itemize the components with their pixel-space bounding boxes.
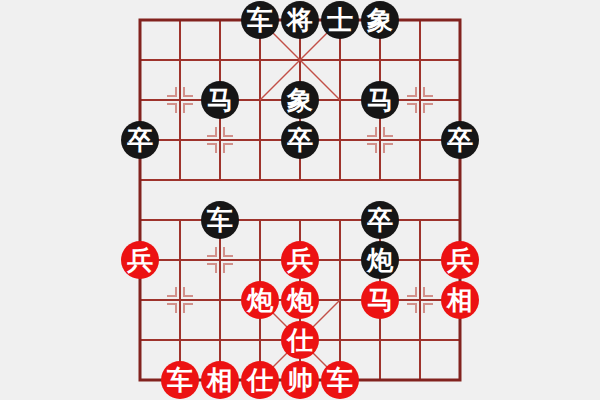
piece-black-马[interactable]: 马 (361, 81, 399, 119)
piece-black-象[interactable]: 象 (361, 1, 399, 39)
piece-black-象[interactable]: 象 (281, 81, 319, 119)
piece-black-马[interactable]: 马 (201, 81, 239, 119)
piece-black-卒[interactable]: 卒 (281, 121, 319, 159)
piece-red-仕[interactable]: 仕 (281, 321, 319, 359)
piece-red-车[interactable]: 车 (321, 361, 359, 399)
piece-red-相[interactable]: 相 (201, 361, 239, 399)
piece-red-兵[interactable]: 兵 (281, 241, 319, 279)
piece-black-卒[interactable]: 卒 (361, 201, 399, 239)
piece-red-兵[interactable]: 兵 (441, 241, 479, 279)
piece-red-兵[interactable]: 兵 (121, 241, 159, 279)
piece-red-车[interactable]: 车 (161, 361, 199, 399)
piece-black-将[interactable]: 将 (281, 1, 319, 39)
piece-red-马[interactable]: 马 (361, 281, 399, 319)
piece-black-卒[interactable]: 卒 (121, 121, 159, 159)
xiangqi-board: 车将士象马象马卒卒卒车卒炮兵兵兵炮炮马相仕车相仕帅车 (0, 0, 600, 400)
piece-black-车[interactable]: 车 (241, 1, 279, 39)
piece-red-炮[interactable]: 炮 (281, 281, 319, 319)
piece-black-士[interactable]: 士 (321, 1, 359, 39)
piece-black-车[interactable]: 车 (201, 201, 239, 239)
piece-black-卒[interactable]: 卒 (441, 121, 479, 159)
piece-red-帅[interactable]: 帅 (281, 361, 319, 399)
piece-red-仕[interactable]: 仕 (241, 361, 279, 399)
piece-red-炮[interactable]: 炮 (241, 281, 279, 319)
piece-black-炮[interactable]: 炮 (361, 241, 399, 279)
piece-red-相[interactable]: 相 (441, 281, 479, 319)
